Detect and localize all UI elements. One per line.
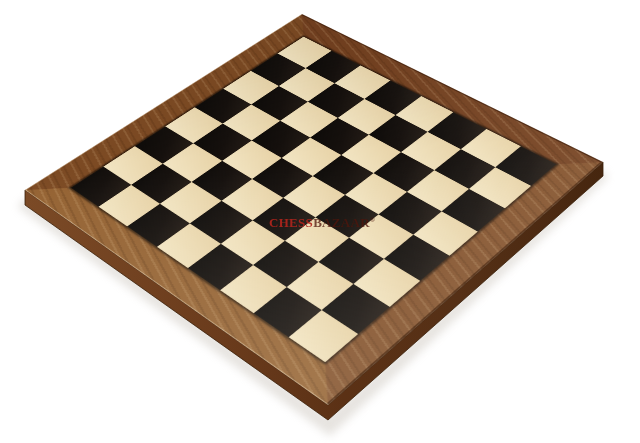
product-photo: CHESSBAZAAR® [0,0,640,443]
